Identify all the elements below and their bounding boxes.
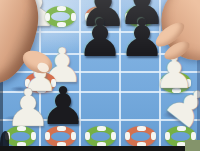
ring-white-segment (71, 132, 76, 140)
cell-r5c5[interactable]: ♟ (160, 92, 200, 120)
cell-r1c2[interactable] (40, 0, 80, 32)
ring-white-segment (165, 132, 170, 140)
cell-r5c4[interactable] (120, 92, 160, 120)
ring-white-segment (45, 132, 50, 140)
ring-white-segment (57, 126, 66, 131)
table-edge (0, 146, 200, 151)
ring-white-segment (71, 13, 76, 21)
ring-white-segment (191, 132, 196, 140)
cell-r5c1[interactable]: ♟ (0, 92, 40, 120)
cell-r2c3[interactable]: ♟ (80, 32, 120, 54)
ring-white-segment (97, 126, 106, 131)
life-ring-green-icon (85, 126, 116, 147)
cell-r5c3[interactable] (80, 92, 120, 120)
ring-white-segment (151, 132, 156, 140)
ring-white-segment (45, 13, 50, 21)
ring-white-segment (137, 126, 146, 131)
ring-white-segment (111, 132, 116, 140)
ring-white-segment (85, 132, 90, 140)
cell-r5c2[interactable]: ♟ (40, 92, 80, 120)
ring-white-segment (177, 126, 186, 131)
fingernail (36, 61, 51, 74)
life-ring-green-icon (5, 126, 36, 147)
ring-white-segment (57, 6, 66, 11)
life-ring-orange-icon (125, 126, 156, 147)
ring-white-segment (125, 132, 130, 140)
ring-white-segment (17, 126, 26, 131)
life-ring-orange-icon (45, 126, 76, 147)
cell-r3c3[interactable] (80, 54, 120, 72)
table-corner-olive (185, 140, 200, 151)
board-photo: ♟♟♟♟♟♟♟♟♟♟♟♟ (0, 0, 200, 151)
ring-white-segment (57, 22, 66, 27)
ring-white-segment (31, 132, 36, 140)
life-ring-green-icon (45, 6, 76, 27)
